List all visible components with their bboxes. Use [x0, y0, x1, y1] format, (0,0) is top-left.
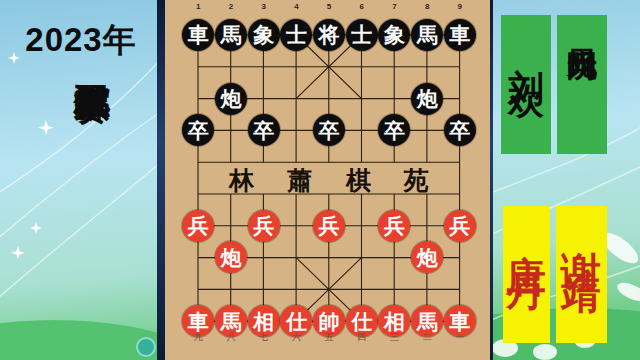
piece-red-pawn[interactable]: 兵 [248, 210, 280, 242]
scene: 2023年 锦江杯象棋双人赛 123456789 林蕭棋苑 車馬象士将士象馬車炮… [0, 0, 640, 360]
bottom-file-number: 七 [247, 331, 280, 344]
piece-red-pawn[interactable]: 兵 [182, 210, 214, 242]
piece-red-pawn[interactable]: 兵 [378, 210, 410, 242]
top-file-number: 6 [345, 2, 378, 11]
piece-black-advisor[interactable]: 士 [280, 19, 312, 51]
player-card-black-2: 阮明日光 [557, 15, 607, 154]
event-year: 2023年 [0, 18, 162, 63]
bottom-file-number: 九 [182, 331, 215, 344]
column-numbers-top: 123456789 [182, 2, 477, 11]
top-file-number: 7 [378, 2, 411, 11]
piece-black-elephant[interactable]: 象 [378, 19, 410, 51]
bottom-file-number: 五 [313, 331, 346, 344]
top-file-number: 1 [182, 2, 215, 11]
player-name: 阮明日光 [567, 15, 597, 154]
player-card-red-2: 谢靖 [556, 206, 607, 343]
piece-black-cannon[interactable]: 炮 [215, 83, 247, 115]
pieces-layer: 車馬象士将士象馬車炮炮卒卒卒卒卒兵兵兵兵兵炮炮車馬相仕帥仕相馬車 [182, 19, 476, 337]
piece-black-horse[interactable]: 馬 [411, 19, 443, 51]
piece-black-pawn[interactable]: 卒 [182, 114, 214, 146]
top-file-number: 4 [280, 2, 313, 11]
bottom-file-number: 四 [345, 331, 378, 344]
piece-black-cannon[interactable]: 炮 [411, 83, 443, 115]
piece-black-rook[interactable]: 車 [444, 19, 476, 51]
top-file-number: 9 [444, 2, 477, 11]
top-file-number: 5 [313, 2, 346, 11]
column-numbers-bottom: 九八七六五四三二一 [182, 331, 477, 344]
piece-red-cannon[interactable]: 炮 [411, 241, 443, 273]
bottom-file-number: 六 [280, 331, 313, 344]
player-name: 唐丹 [507, 206, 547, 343]
piece-black-pawn[interactable]: 卒 [248, 114, 280, 146]
top-file-number: 8 [411, 2, 444, 11]
player-card-black-1: 刘欢 [501, 15, 551, 154]
piece-black-pawn[interactable]: 卒 [444, 114, 476, 146]
piece-black-elephant[interactable]: 象 [248, 19, 280, 51]
piece-black-horse[interactable]: 馬 [215, 19, 247, 51]
bottom-file-number: 一 [444, 331, 477, 344]
top-file-number: 2 [215, 2, 248, 11]
player-name: 谢靖 [562, 206, 602, 343]
player-card-red-1: 唐丹 [503, 206, 550, 343]
top-file-number: 3 [247, 2, 280, 11]
xiangqi-board: 123456789 林蕭棋苑 車馬象士将士象馬車炮炮卒卒卒卒卒兵兵兵兵兵炮炮車馬… [165, 0, 490, 360]
piece-black-pawn[interactable]: 卒 [313, 114, 345, 146]
board-left-edge [157, 0, 165, 360]
piece-black-advisor[interactable]: 士 [346, 19, 378, 51]
piece-red-cannon[interactable]: 炮 [215, 241, 247, 273]
board-right-edge [490, 0, 493, 360]
piece-black-rook[interactable]: 車 [182, 19, 214, 51]
bottom-file-number: 八 [215, 331, 248, 344]
bottom-file-number: 二 [411, 331, 444, 344]
piece-black-king[interactable]: 将 [313, 19, 345, 51]
piece-red-pawn[interactable]: 兵 [313, 210, 345, 242]
piece-black-pawn[interactable]: 卒 [378, 114, 410, 146]
piece-red-pawn[interactable]: 兵 [444, 210, 476, 242]
player-name: 刘欢 [508, 15, 544, 154]
bottom-file-number: 三 [378, 331, 411, 344]
